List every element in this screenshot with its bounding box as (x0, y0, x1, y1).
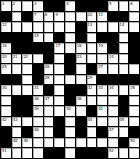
cell-r7c13-white[interactable] (129, 64, 139, 74)
cell-r6c1-white[interactable]: 20 (1, 54, 11, 64)
crossword-grid: 1234567891011121314151617181920212223242… (0, 0, 140, 159)
clue-number-20: 20 (2, 54, 7, 59)
cell-r13c7-white[interactable] (65, 127, 75, 137)
cell-r9c4-white[interactable]: 31 (33, 85, 43, 95)
cell-r12c5-white[interactable] (44, 117, 54, 127)
cell-r7c9-black (87, 64, 97, 74)
clue-number-50: 50 (130, 138, 135, 143)
cell-r8c9-white[interactable]: 29 (87, 75, 97, 85)
cell-r4c12-white[interactable] (119, 33, 129, 43)
cell-r5c11-black (108, 43, 118, 53)
clue-number-27: 27 (98, 64, 103, 69)
cell-r15c11-white[interactable]: 52 (108, 148, 118, 158)
cell-r5c9-white[interactable] (87, 43, 97, 53)
cell-r15c8-black (76, 148, 86, 158)
cell-r11c7-white[interactable]: 40 (65, 106, 75, 116)
cell-r8c7-white[interactable] (65, 75, 75, 85)
cell-r1c3-white[interactable] (22, 1, 32, 11)
cell-r5c2-black (12, 43, 22, 53)
cell-r4c5-white[interactable] (44, 33, 54, 43)
cell-r9c10-white[interactable]: 33 (97, 85, 107, 95)
clue-number-29: 29 (88, 75, 93, 80)
cell-r3c9-white[interactable]: 13 (87, 22, 97, 32)
cell-r6c2-white[interactable]: 21 (12, 54, 22, 64)
clue-number-46: 46 (34, 127, 39, 132)
cell-r14c13-white[interactable]: 50 (129, 138, 139, 148)
cell-r1c9-black (87, 1, 97, 11)
cell-r15c6-black (54, 148, 64, 158)
cell-r3c11-white[interactable] (108, 22, 118, 32)
cell-r6c6-white[interactable] (54, 54, 64, 64)
clue-number-35: 35 (130, 85, 135, 90)
cell-r1c13-white[interactable]: 6 (129, 1, 139, 11)
clue-number-36: 36 (34, 96, 39, 101)
clue-number-37: 37 (45, 96, 50, 101)
clue-number-32: 32 (88, 85, 93, 90)
cell-r2c5-white[interactable]: 8 (44, 12, 54, 22)
cell-r12c9-white[interactable]: 44 (87, 117, 97, 127)
cell-r4c2-black (12, 33, 22, 43)
cell-r2c4-white[interactable]: 7 (33, 12, 43, 22)
cell-r4c10-black (97, 33, 107, 43)
cell-r12c13-white[interactable] (129, 117, 139, 127)
cell-r5c13-black (129, 43, 139, 53)
clue-number-49: 49 (23, 138, 28, 143)
cell-r13c11-white[interactable]: 47 (108, 127, 118, 137)
cell-r13c6-black (54, 127, 64, 137)
cell-r11c6-white[interactable] (54, 106, 64, 116)
cell-r13c12-white[interactable] (119, 127, 129, 137)
cell-r14c8-white[interactable] (76, 138, 86, 148)
cell-r15c7-white[interactable] (65, 148, 75, 158)
cell-r2c11-black (108, 12, 118, 22)
cell-r3c2-white[interactable] (12, 22, 22, 32)
clue-number-5: 5 (109, 1, 111, 6)
cell-r15c13-white[interactable] (129, 148, 139, 158)
cell-r11c13-white[interactable] (129, 106, 139, 116)
cell-r10c7-black (65, 96, 75, 106)
cell-r12c10-white[interactable] (97, 117, 107, 127)
cell-r10c8-white[interactable]: 38 (76, 96, 86, 106)
cell-r10c3-black (22, 96, 32, 106)
cell-r6c5-black (44, 54, 54, 64)
clue-number-43: 43 (13, 117, 18, 122)
cell-r6c4-white[interactable] (33, 54, 43, 64)
cell-r8c2-black (12, 75, 22, 85)
cell-r6c13-black (129, 54, 139, 64)
cell-r1c2-white[interactable]: 2 (12, 1, 22, 11)
cell-r15c5-black (44, 148, 54, 158)
clue-number-24: 24 (109, 54, 114, 59)
cell-r2c7-white[interactable] (65, 12, 75, 22)
cell-r11c2-black (12, 106, 22, 116)
cell-r5c12-white[interactable] (119, 43, 129, 53)
clue-number-18: 18 (77, 43, 82, 48)
cell-r7c7-black (65, 64, 75, 74)
cell-r1c7-white[interactable]: 4 (65, 1, 75, 11)
clue-number-31: 31 (34, 85, 39, 90)
cell-r9c13-white[interactable]: 35 (129, 85, 139, 95)
cell-r14c1-black (1, 138, 11, 148)
cell-r5c7-white[interactable] (65, 43, 75, 53)
cell-r6c11-white[interactable]: 24 (108, 54, 118, 64)
clue-number-12: 12 (2, 22, 7, 27)
clue-number-9: 9 (55, 12, 57, 17)
cell-r11c11-white[interactable] (108, 106, 118, 116)
clue-number-21: 21 (13, 54, 18, 59)
cell-r6c9-white[interactable] (87, 54, 97, 64)
cell-r6c7-black (65, 54, 75, 64)
cell-r4c7-white[interactable] (65, 33, 75, 43)
cell-r14c11-white[interactable] (108, 138, 118, 148)
cell-r6c3-white[interactable]: 22 (22, 54, 32, 64)
clue-number-34: 34 (109, 85, 114, 90)
cell-r15c3-white[interactable] (22, 148, 32, 158)
cell-r8c10-black (97, 75, 107, 85)
cell-r1c1-white[interactable]: 1 (1, 1, 11, 11)
cell-r2c8-white[interactable] (76, 12, 86, 22)
cell-r1c8-black (76, 1, 86, 11)
cell-r8c3-white[interactable] (22, 75, 32, 85)
cell-r4c9-white[interactable] (87, 33, 97, 43)
clue-number-52: 52 (109, 148, 114, 153)
cell-r5c10-white[interactable]: 19 (97, 43, 107, 53)
clue-number-8: 8 (45, 12, 47, 17)
cell-r2c1-black (1, 12, 11, 22)
clue-number-22: 22 (23, 54, 28, 59)
cell-r6c12-white[interactable] (119, 54, 129, 64)
cell-r9c3-white[interactable] (22, 85, 32, 95)
cell-r12c6-black (54, 117, 64, 127)
cell-r3c6-white[interactable] (54, 22, 64, 32)
clue-number-45: 45 (120, 117, 125, 122)
cell-r14c12-black (119, 138, 129, 148)
clue-number-4: 4 (66, 1, 68, 6)
clue-number-28: 28 (45, 75, 50, 80)
cell-r3c1-white[interactable]: 12 (1, 22, 11, 32)
cell-r4c13-black (129, 33, 139, 43)
cell-r10c10-white[interactable] (97, 96, 107, 106)
clue-number-25: 25 (2, 64, 7, 69)
cell-r11c10-white[interactable]: 41 (97, 106, 107, 116)
cell-r5c6-white[interactable]: 17 (54, 43, 64, 53)
cell-r14c2-white[interactable]: 48 (12, 138, 22, 148)
cell-r10c4-white[interactable]: 36 (33, 96, 43, 106)
clue-number-1: 1 (2, 1, 4, 6)
cell-r4c3-black (22, 33, 32, 43)
clue-number-2: 2 (13, 1, 15, 6)
cell-r12c2-white[interactable]: 43 (12, 117, 22, 127)
cell-r12c1-white[interactable]: 42 (1, 117, 11, 127)
clue-number-47: 47 (109, 127, 114, 132)
cell-r8c11-black (108, 75, 118, 85)
clue-number-3: 3 (34, 1, 36, 6)
cell-r13c5-white[interactable] (44, 127, 54, 137)
cell-r9c6-white[interactable] (54, 85, 64, 95)
cell-r11c3-black (22, 106, 32, 116)
cell-r2c12-black (119, 12, 129, 22)
cell-r13c13-black (129, 127, 139, 137)
cell-r11c8-white[interactable] (76, 106, 86, 116)
clue-number-13: 13 (88, 22, 93, 27)
cell-r15c2-white[interactable] (12, 148, 22, 158)
cell-r7c2-white[interactable] (12, 64, 22, 74)
cell-r10c13-white[interactable] (129, 96, 139, 106)
cell-r6c8-white[interactable]: 23 (76, 54, 86, 64)
cell-r5c3-black (22, 43, 32, 53)
cell-r9c8-black (76, 85, 86, 95)
cell-r14c5-white[interactable] (44, 138, 54, 148)
cell-r7c10-white[interactable]: 27 (97, 64, 107, 74)
cell-r12c7-white[interactable] (65, 117, 75, 127)
cell-r7c8-white[interactable] (76, 64, 86, 74)
cell-r14c3-white[interactable]: 49 (22, 138, 32, 148)
cell-r3c10-white[interactable] (97, 22, 107, 32)
cell-r1c6-black (54, 1, 64, 11)
cell-r8c5-white[interactable]: 28 (44, 75, 54, 85)
cell-r12c11-white[interactable] (108, 117, 118, 127)
clue-number-14: 14 (120, 22, 125, 27)
clue-number-42: 42 (2, 117, 7, 122)
clue-number-41: 41 (98, 106, 103, 111)
cell-r9c11-white[interactable]: 34 (108, 85, 118, 95)
clue-number-19: 19 (98, 43, 103, 48)
cell-r3c12-white[interactable]: 14 (119, 22, 129, 32)
cell-r10c5-white[interactable]: 37 (44, 96, 54, 106)
cell-r10c1-white[interactable] (1, 96, 11, 106)
cell-r15c1-white[interactable]: 51 (1, 148, 11, 158)
cell-r2c3-black (22, 12, 32, 22)
cell-r8c8-white[interactable] (76, 75, 86, 85)
cell-r3c3-white[interactable] (22, 22, 32, 32)
clue-number-10: 10 (88, 12, 93, 17)
cell-r7c4-black (33, 64, 43, 74)
cell-r5c1-white[interactable]: 16 (1, 43, 11, 53)
cell-r8c6-white[interactable] (54, 75, 64, 85)
cell-r12c12-white[interactable]: 45 (119, 117, 129, 127)
cell-r1c5-black (44, 1, 54, 11)
cell-r4c6-black (54, 33, 64, 43)
cell-r11c5-white[interactable] (44, 106, 54, 116)
cell-r3c4-white[interactable] (33, 22, 43, 32)
cell-r7c1-white[interactable]: 25 (1, 64, 11, 74)
cell-r12c3-white[interactable] (22, 117, 32, 127)
cell-r13c2-white[interactable] (12, 127, 22, 137)
cell-r3c7-white[interactable] (65, 22, 75, 32)
cell-r2c9-white[interactable]: 10 (87, 12, 97, 22)
cell-r13c3-black (22, 127, 32, 137)
cell-r11c12-black (119, 106, 129, 116)
cell-r10c2-black (12, 96, 22, 106)
clue-number-48: 48 (13, 138, 18, 143)
cell-r1c4-white[interactable]: 3 (33, 1, 43, 11)
cell-r3c13-white[interactable] (129, 22, 139, 32)
cell-r9c5-black (44, 85, 54, 95)
cell-r11c4-white[interactable]: 39 (33, 106, 43, 116)
cell-r4c4-white[interactable]: 15 (33, 33, 43, 43)
cell-r12c4-white[interactable] (33, 117, 43, 127)
cell-r4c11-black (108, 33, 118, 43)
cell-r3c5-white[interactable] (44, 22, 54, 32)
cell-r9c1-white[interactable]: 30 (1, 85, 11, 95)
clue-number-30: 30 (2, 85, 7, 90)
cell-r9c9-white[interactable]: 32 (87, 85, 97, 95)
clue-number-39: 39 (34, 106, 39, 111)
clue-number-17: 17 (55, 43, 60, 48)
cell-r15c4-white[interactable] (33, 148, 43, 158)
cell-r7c6-white[interactable] (54, 64, 64, 74)
clue-number-23: 23 (77, 54, 82, 59)
clue-number-16: 16 (2, 43, 7, 48)
cell-r1c10-black (97, 1, 107, 11)
cell-r6c10-white[interactable] (97, 54, 107, 64)
clue-number-6: 6 (130, 1, 132, 6)
clue-number-38: 38 (77, 96, 82, 101)
cell-r8c1-black (1, 75, 11, 85)
cell-r8c4-black (33, 75, 43, 85)
cell-r1c12-white[interactable] (119, 1, 129, 11)
cell-r15c10-black (97, 148, 107, 158)
cell-r10c6-white[interactable] (54, 96, 64, 106)
clue-number-11: 11 (98, 12, 103, 17)
cell-r11c1-white[interactable] (1, 106, 11, 116)
clue-number-15: 15 (34, 33, 39, 38)
cell-r9c7-black (65, 85, 75, 95)
cell-r3c8-black (76, 22, 86, 32)
cell-r13c8-black (76, 127, 86, 137)
clue-number-33: 33 (98, 85, 103, 90)
cell-r5c5-black (44, 43, 54, 53)
cell-r12c8-black (76, 117, 86, 127)
cell-r15c12-white[interactable] (119, 148, 129, 158)
cell-r8c13-black (129, 75, 139, 85)
cell-r7c5-white[interactable]: 26 (44, 64, 54, 74)
cell-r13c10-black (97, 127, 107, 137)
clue-number-51: 51 (2, 148, 7, 153)
cell-r14c6-white[interactable] (54, 138, 64, 148)
cell-r11c9-black (87, 106, 97, 116)
cell-r2c13-white[interactable] (129, 12, 139, 22)
cell-r10c12-black (119, 96, 129, 106)
clue-number-40: 40 (66, 106, 71, 111)
cell-r13c1-black (1, 127, 11, 137)
cell-r7c12-white[interactable] (119, 64, 129, 74)
cell-r13c4-white[interactable]: 46 (33, 127, 43, 137)
cell-r7c11-white[interactable] (108, 64, 118, 74)
cell-r5c4-black (33, 43, 43, 53)
cell-r10c9-white[interactable] (87, 96, 97, 106)
cell-r5c8-white[interactable]: 18 (76, 43, 86, 53)
cell-r9c2-white[interactable] (12, 85, 22, 95)
cell-r2c2-white[interactable] (12, 12, 22, 22)
cell-r14c10-white[interactable] (97, 138, 107, 148)
cell-r10c11-white[interactable] (108, 96, 118, 106)
cell-r4c8-black (76, 33, 86, 43)
clue-number-7: 7 (34, 12, 36, 17)
cell-r9c12-white[interactable] (119, 85, 129, 95)
clue-number-44: 44 (88, 117, 93, 122)
cell-r7c3-white[interactable] (22, 64, 32, 74)
cell-r15c9-black (87, 148, 97, 158)
cell-r4c1-black (1, 33, 11, 43)
cell-r8c12-black (119, 75, 129, 85)
cell-r13c9-white[interactable] (87, 127, 97, 137)
cell-r14c7-white[interactable] (65, 138, 75, 148)
cell-r14c9-white[interactable] (87, 138, 97, 148)
cell-r14c4-white[interactable] (33, 138, 43, 148)
cell-r1c11-white[interactable]: 5 (108, 1, 118, 11)
cell-r2c10-white[interactable]: 11 (97, 12, 107, 22)
cell-r2c6-white[interactable]: 9 (54, 12, 64, 22)
clue-number-26: 26 (45, 64, 50, 69)
